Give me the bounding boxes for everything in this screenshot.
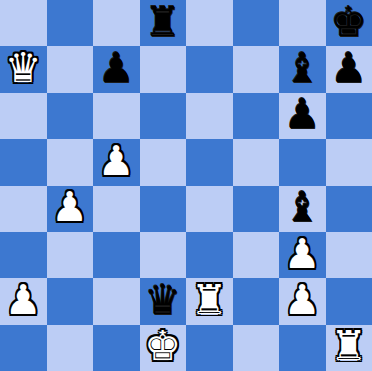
square-a6[interactable] — [0, 93, 47, 139]
square-h6[interactable] — [326, 93, 372, 139]
chess-board: ♜♚♛♟♝♟♟♟♟♝♟♟♛♜♟♚♜ — [0, 0, 372, 371]
square-c8[interactable] — [93, 0, 140, 46]
piece-white-pawn[interactable]: ♟ — [98, 141, 135, 182]
square-e4[interactable] — [186, 186, 233, 232]
square-e6[interactable] — [186, 93, 233, 139]
square-c1[interactable] — [93, 325, 140, 371]
square-g5[interactable] — [279, 139, 326, 185]
square-g6[interactable]: ♟ — [279, 93, 326, 139]
piece-white-pawn[interactable]: ♟ — [284, 234, 321, 275]
square-d1[interactable]: ♚ — [140, 325, 187, 371]
square-a7[interactable]: ♛ — [0, 46, 47, 92]
square-f4[interactable] — [233, 186, 280, 232]
square-d8[interactable]: ♜ — [140, 0, 187, 46]
piece-black-queen[interactable]: ♛ — [144, 280, 181, 321]
square-d4[interactable] — [140, 186, 187, 232]
square-f7[interactable] — [233, 46, 280, 92]
piece-black-king[interactable]: ♚ — [330, 2, 367, 43]
piece-white-pawn[interactable]: ♟ — [5, 280, 42, 321]
square-a8[interactable] — [0, 0, 47, 46]
square-g8[interactable] — [279, 0, 326, 46]
square-e1[interactable] — [186, 325, 233, 371]
square-e3[interactable] — [186, 232, 233, 278]
square-h4[interactable] — [326, 186, 372, 232]
square-d3[interactable] — [140, 232, 187, 278]
square-b2[interactable] — [47, 278, 94, 324]
square-c4[interactable] — [93, 186, 140, 232]
piece-white-rook[interactable]: ♜ — [191, 280, 228, 321]
square-h1[interactable]: ♜ — [326, 325, 372, 371]
square-b1[interactable] — [47, 325, 94, 371]
square-e7[interactable] — [186, 46, 233, 92]
square-h5[interactable] — [326, 139, 372, 185]
square-f8[interactable] — [233, 0, 280, 46]
square-b3[interactable] — [47, 232, 94, 278]
square-a4[interactable] — [0, 186, 47, 232]
square-g4[interactable]: ♝ — [279, 186, 326, 232]
square-c2[interactable] — [93, 278, 140, 324]
square-b6[interactable] — [47, 93, 94, 139]
square-e5[interactable] — [186, 139, 233, 185]
square-f5[interactable] — [233, 139, 280, 185]
square-a5[interactable] — [0, 139, 47, 185]
square-f1[interactable] — [233, 325, 280, 371]
piece-black-rook[interactable]: ♜ — [144, 2, 181, 43]
piece-black-bishop[interactable]: ♝ — [284, 187, 321, 228]
piece-black-pawn[interactable]: ♟ — [98, 48, 135, 89]
square-f6[interactable] — [233, 93, 280, 139]
square-a1[interactable] — [0, 325, 47, 371]
piece-white-pawn[interactable]: ♟ — [284, 280, 321, 321]
square-b5[interactable] — [47, 139, 94, 185]
piece-white-pawn[interactable]: ♟ — [51, 187, 88, 228]
square-g7[interactable]: ♝ — [279, 46, 326, 92]
square-f2[interactable] — [233, 278, 280, 324]
square-b7[interactable] — [47, 46, 94, 92]
square-e2[interactable]: ♜ — [186, 278, 233, 324]
square-c5[interactable]: ♟ — [93, 139, 140, 185]
square-b8[interactable] — [47, 0, 94, 46]
square-c7[interactable]: ♟ — [93, 46, 140, 92]
piece-white-rook[interactable]: ♜ — [330, 326, 367, 367]
square-a3[interactable] — [0, 232, 47, 278]
piece-black-pawn[interactable]: ♟ — [284, 94, 321, 135]
square-f3[interactable] — [233, 232, 280, 278]
piece-white-queen[interactable]: ♛ — [5, 48, 42, 89]
square-h3[interactable] — [326, 232, 372, 278]
square-d2[interactable]: ♛ — [140, 278, 187, 324]
square-g2[interactable]: ♟ — [279, 278, 326, 324]
square-h8[interactable]: ♚ — [326, 0, 372, 46]
square-c6[interactable] — [93, 93, 140, 139]
square-a2[interactable]: ♟ — [0, 278, 47, 324]
piece-black-bishop[interactable]: ♝ — [284, 48, 321, 89]
piece-white-king[interactable]: ♚ — [144, 326, 181, 367]
square-d7[interactable] — [140, 46, 187, 92]
square-e8[interactable] — [186, 0, 233, 46]
piece-black-pawn[interactable]: ♟ — [330, 48, 367, 89]
square-g3[interactable]: ♟ — [279, 232, 326, 278]
square-d5[interactable] — [140, 139, 187, 185]
square-h2[interactable] — [326, 278, 372, 324]
square-d6[interactable] — [140, 93, 187, 139]
square-b4[interactable]: ♟ — [47, 186, 94, 232]
square-g1[interactable] — [279, 325, 326, 371]
square-c3[interactable] — [93, 232, 140, 278]
square-h7[interactable]: ♟ — [326, 46, 372, 92]
